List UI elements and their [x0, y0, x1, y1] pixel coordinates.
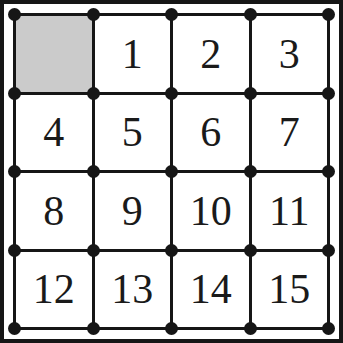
fifteen-puzzle: 123456789101112131415 — [0, 0, 343, 343]
tile-9[interactable]: 9 — [95, 173, 171, 249]
tile-12[interactable]: 12 — [16, 252, 92, 328]
tile-5[interactable]: 5 — [95, 95, 171, 171]
tile-13[interactable]: 13 — [95, 252, 171, 328]
tile-11[interactable]: 11 — [252, 173, 328, 249]
tile-2[interactable]: 2 — [173, 16, 249, 92]
tile-4[interactable]: 4 — [16, 95, 92, 171]
empty-cell — [16, 16, 92, 92]
tile-1[interactable]: 1 — [95, 16, 171, 92]
tile-15[interactable]: 15 — [252, 252, 328, 328]
tile-10[interactable]: 10 — [173, 173, 249, 249]
tile-7[interactable]: 7 — [252, 95, 328, 171]
tile-8[interactable]: 8 — [16, 173, 92, 249]
puzzle-board: 123456789101112131415 — [13, 13, 330, 330]
tile-14[interactable]: 14 — [173, 252, 249, 328]
tile-6[interactable]: 6 — [173, 95, 249, 171]
tile-3[interactable]: 3 — [252, 16, 328, 92]
